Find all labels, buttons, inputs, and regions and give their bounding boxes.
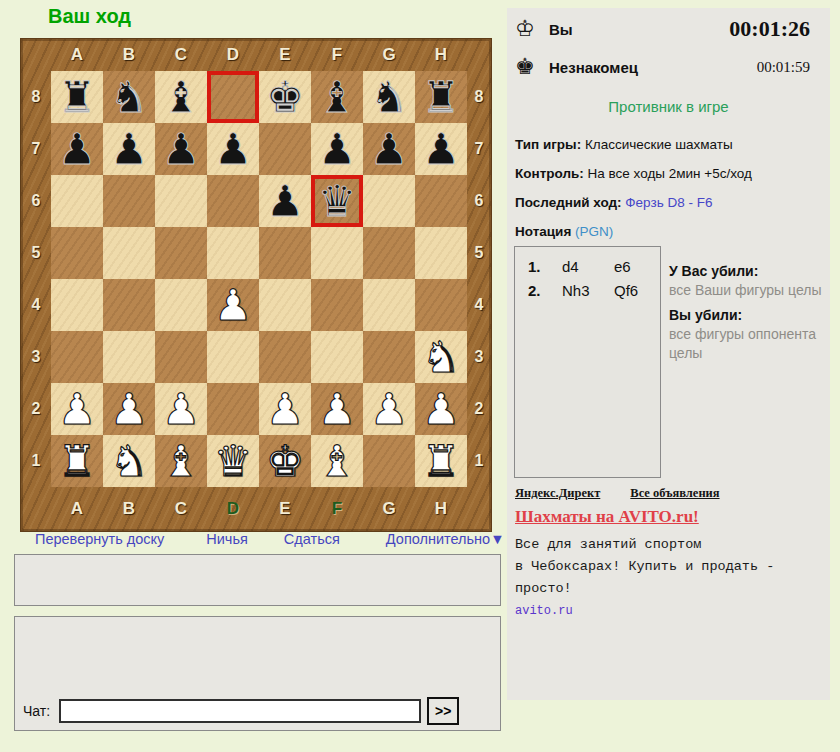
square-d6[interactable] <box>207 175 259 227</box>
square-f3[interactable] <box>311 331 363 383</box>
square-b1[interactable]: ♞ <box>103 435 155 487</box>
file-label-bottom-G: G <box>363 487 415 531</box>
file-label-bottom-F: F <box>311 487 363 531</box>
rank-label-right-3: 3 <box>467 331 491 383</box>
you-lost-label: У Вас убили: <box>669 262 823 281</box>
piece-black-pawn: ♟ <box>422 123 461 175</box>
rank-label-left-3: 3 <box>21 331 51 383</box>
chat-label: Чат: <box>23 703 59 719</box>
yandex-direct-link[interactable]: Яндекс.Директ <box>515 486 600 501</box>
square-c6[interactable] <box>155 175 207 227</box>
chat-send-button[interactable]: >> <box>427 697 459 725</box>
file-label-bottom-D: D <box>207 487 259 531</box>
you-took-text: все фигуры оппонента целы <box>669 325 823 363</box>
square-g8[interactable]: ♞ <box>363 71 415 123</box>
square-a2[interactable]: ♟ <box>51 383 103 435</box>
time-control-label: Контроль: <box>515 166 584 181</box>
square-c1[interactable]: ♝ <box>155 435 207 487</box>
white-king-icon: ♔ <box>515 16 549 42</box>
rank-label-left-7: 7 <box>21 123 51 175</box>
square-h7[interactable]: ♟ <box>415 123 467 175</box>
square-f5[interactable] <box>311 227 363 279</box>
square-h8[interactable]: ♜ <box>415 71 467 123</box>
piece-black-rook: ♜ <box>422 71 461 123</box>
rank-label-left-6: 6 <box>21 175 51 227</box>
last-move-row: Последний ход: Ферзь D8 - F6 <box>515 188 752 217</box>
chevron-down-icon: ▼ <box>490 531 504 547</box>
piece-white-pawn: ♟ <box>318 383 357 435</box>
square-a5[interactable] <box>51 227 103 279</box>
you-lost-text: все Ваши фигуры целы <box>669 281 823 300</box>
time-control-row: Контроль: На все ходы 2мин +5с/ход <box>515 159 752 188</box>
move-row: 2.Nh3Qf6 <box>515 279 660 303</box>
ad-text-line: в Чебоксарах! Купить и продать - <box>515 556 774 578</box>
last-move-value: Ферзь D8 - F6 <box>625 195 712 210</box>
rank-label-right-5: 5 <box>467 227 491 279</box>
all-ads-link[interactable]: Все объявления <box>630 486 719 501</box>
piece-black-pawn: ♟ <box>58 123 97 175</box>
square-f4[interactable] <box>311 279 363 331</box>
more-link-label: Дополнительно <box>386 531 490 547</box>
piece-white-pawn: ♟ <box>58 383 97 435</box>
file-label-top-F: F <box>311 39 363 71</box>
square-e4[interactable] <box>259 279 311 331</box>
player-row-opponent: ♚ Незнакомец 00:01:59 <box>515 54 810 80</box>
square-f6[interactable]: ♛ <box>311 175 363 227</box>
ad-title-link[interactable]: Шахматы на AVITO.ru! <box>515 507 699 527</box>
last-move-label: Последний ход: <box>515 195 622 210</box>
piece-white-pawn: ♟ <box>370 383 409 435</box>
captures-summary: У Вас убили: все Ваши фигуры целы Вы уби… <box>669 256 823 363</box>
move-black: e6 <box>614 255 660 279</box>
piece-white-pawn: ♟ <box>422 383 461 435</box>
square-g1[interactable] <box>363 435 415 487</box>
rank-label-left-1: 1 <box>21 435 51 487</box>
move-number: 1. <box>528 255 562 279</box>
square-b5[interactable] <box>103 227 155 279</box>
board-actions: Перевернуть доскуНичьяСдатьсяДополнитель… <box>20 531 490 547</box>
ad-site-link[interactable]: avito.ru <box>515 604 573 618</box>
piece-white-knight: ♞ <box>110 435 149 487</box>
square-c4[interactable] <box>155 279 207 331</box>
square-h1[interactable]: ♜ <box>415 435 467 487</box>
piece-black-pawn: ♟ <box>110 123 149 175</box>
square-d2[interactable] <box>207 383 259 435</box>
rank-label-right-7: 7 <box>467 123 491 175</box>
square-a6[interactable] <box>51 175 103 227</box>
square-c5[interactable] <box>155 227 207 279</box>
player-name-opponent: Незнакомец <box>549 59 757 76</box>
piece-black-bishop: ♝ <box>162 71 201 123</box>
square-e3[interactable] <box>259 331 311 383</box>
move-number: 2. <box>528 279 562 303</box>
chess-board: AABBCCDDEEFFGGHH8877665544332211♜♞♝♚♝♞♜♟… <box>20 38 492 532</box>
square-a1[interactable]: ♜ <box>51 435 103 487</box>
piece-white-bishop: ♝ <box>318 435 357 487</box>
time-control-value: На все ходы 2мин +5с/ход <box>588 166 752 181</box>
rank-label-left-5: 5 <box>21 227 51 279</box>
piece-white-pawn: ♟ <box>266 383 305 435</box>
file-label-top-A: A <box>51 39 103 71</box>
square-e7[interactable] <box>259 123 311 175</box>
square-c3[interactable] <box>155 331 207 383</box>
square-h5[interactable] <box>415 227 467 279</box>
square-a7[interactable]: ♟ <box>51 123 103 175</box>
move-list: 1.d4e62.Nh3Qf6 <box>514 246 661 478</box>
rank-label-left-8: 8 <box>21 71 51 123</box>
ad-body-text: Все для занятий спортомв Чебоксарах! Куп… <box>515 534 774 600</box>
square-f7[interactable]: ♟ <box>311 123 363 175</box>
notation-label: Нотация <box>515 224 571 239</box>
square-e6[interactable]: ♟ <box>259 175 311 227</box>
square-h2[interactable]: ♟ <box>415 383 467 435</box>
ad-footer-links: Яндекс.Директ Все объявления <box>515 486 720 501</box>
square-b6[interactable] <box>103 175 155 227</box>
piece-black-pawn: ♟ <box>318 123 357 175</box>
file-label-top-D: D <box>207 39 259 71</box>
piece-white-knight: ♞ <box>422 331 461 383</box>
piece-black-pawn: ♟ <box>162 123 201 175</box>
file-label-bottom-C: C <box>155 487 207 531</box>
square-h4[interactable] <box>415 279 467 331</box>
piece-white-rook: ♜ <box>58 435 97 487</box>
square-h3[interactable]: ♞ <box>415 331 467 383</box>
square-c8[interactable]: ♝ <box>155 71 207 123</box>
chat-input-row: Чат: >> <box>23 697 459 725</box>
square-b2[interactable]: ♟ <box>103 383 155 435</box>
square-b8[interactable]: ♞ <box>103 71 155 123</box>
square-g7[interactable]: ♟ <box>363 123 415 175</box>
game-info-panel: ♔ Вы 00:01:26 ♚ Незнакомец 00:01:59 Прот… <box>507 8 830 700</box>
square-g2[interactable]: ♟ <box>363 383 415 435</box>
rank-label-right-6: 6 <box>467 175 491 227</box>
square-a4[interactable] <box>51 279 103 331</box>
piece-black-pawn: ♟ <box>214 123 253 175</box>
more-link[interactable]: Дополнительно▼ <box>386 531 505 547</box>
move-row: 1.d4e6 <box>515 255 660 279</box>
square-b4[interactable] <box>103 279 155 331</box>
piece-white-rook: ♜ <box>422 435 461 487</box>
square-d4[interactable]: ♟ <box>207 279 259 331</box>
move-white: Nh3 <box>562 279 614 303</box>
square-c7[interactable]: ♟ <box>155 123 207 175</box>
square-b3[interactable] <box>103 331 155 383</box>
resign-link[interactable]: Сдаться <box>284 531 340 547</box>
rank-label-right-4: 4 <box>467 279 491 331</box>
square-h6[interactable] <box>415 175 467 227</box>
piece-black-pawn: ♟ <box>266 175 305 227</box>
ad-text-line: просто! <box>515 578 774 600</box>
square-f2[interactable]: ♟ <box>311 383 363 435</box>
piece-white-pawn: ♟ <box>110 383 149 435</box>
file-label-top-C: C <box>155 39 207 71</box>
pgn-link[interactable]: (PGN) <box>575 224 613 239</box>
notification-box <box>14 554 501 606</box>
piece-black-queen: ♛ <box>318 175 357 227</box>
game-type-label: Тип игры: <box>515 137 581 152</box>
notation-row: Нотация (PGN) <box>515 217 752 246</box>
rank-label-left-4: 4 <box>21 279 51 331</box>
square-e8[interactable]: ♚ <box>259 71 311 123</box>
turn-banner: Ваш ход <box>48 5 131 28</box>
you-took-label: Вы убили: <box>669 306 823 325</box>
flip-board-link[interactable]: Перевернуть доску <box>35 531 164 547</box>
square-d3[interactable] <box>207 331 259 383</box>
piece-white-king: ♚ <box>266 435 305 487</box>
game-type-value: Классические шахматы <box>585 137 733 152</box>
square-e1[interactable]: ♚ <box>259 435 311 487</box>
square-d7[interactable]: ♟ <box>207 123 259 175</box>
square-a8[interactable]: ♜ <box>51 71 103 123</box>
square-d5[interactable] <box>207 227 259 279</box>
square-d1[interactable]: ♛ <box>207 435 259 487</box>
ad-text-line: Все для занятий спортом <box>515 534 774 556</box>
square-f1[interactable]: ♝ <box>311 435 363 487</box>
file-label-top-E: E <box>259 39 311 71</box>
piece-black-rook: ♜ <box>58 71 97 123</box>
piece-white-bishop: ♝ <box>162 435 201 487</box>
square-b7[interactable]: ♟ <box>103 123 155 175</box>
rank-label-right-1: 1 <box>467 435 491 487</box>
clock-you: 00:01:26 <box>729 16 810 42</box>
clock-opponent: 00:01:59 <box>757 59 810 76</box>
draw-link[interactable]: Ничья <box>206 531 248 547</box>
chat-input[interactable] <box>59 699 421 723</box>
file-label-bottom-A: A <box>51 487 103 531</box>
square-e2[interactable]: ♟ <box>259 383 311 435</box>
rank-label-right-2: 2 <box>467 383 491 435</box>
square-g6[interactable] <box>363 175 415 227</box>
black-king-icon: ♚ <box>515 54 549 80</box>
rank-label-left-2: 2 <box>21 383 51 435</box>
piece-white-queen: ♛ <box>214 435 253 487</box>
square-e5[interactable] <box>259 227 311 279</box>
file-label-top-H: H <box>415 39 467 71</box>
file-label-bottom-H: H <box>415 487 467 531</box>
move-black: Qf6 <box>614 279 660 303</box>
piece-black-pawn: ♟ <box>370 123 409 175</box>
square-g4[interactable] <box>363 279 415 331</box>
move-white: d4 <box>562 255 614 279</box>
square-a3[interactable] <box>51 331 103 383</box>
square-c2[interactable]: ♟ <box>155 383 207 435</box>
game-type-row: Тип игры: Классические шахматы <box>515 130 752 159</box>
piece-white-pawn: ♟ <box>214 279 253 331</box>
file-label-bottom-E: E <box>259 487 311 531</box>
square-g3[interactable] <box>363 331 415 383</box>
player-row-you: ♔ Вы 00:01:26 <box>515 16 810 42</box>
square-g5[interactable] <box>363 227 415 279</box>
piece-black-knight: ♞ <box>110 71 149 123</box>
piece-black-king: ♚ <box>266 71 305 123</box>
chat-panel: Чат: >> <box>14 616 501 731</box>
square-d8[interactable] <box>207 71 259 123</box>
file-label-top-B: B <box>103 39 155 71</box>
game-settings: Тип игры: Классические шахматы Контроль:… <box>515 130 752 246</box>
file-label-bottom-B: B <box>103 487 155 531</box>
opponent-status: Противник в игре <box>507 98 830 115</box>
player-name-you: Вы <box>549 21 729 38</box>
piece-black-knight: ♞ <box>370 71 409 123</box>
file-label-top-G: G <box>363 39 415 71</box>
piece-black-bishop: ♝ <box>318 71 357 123</box>
rank-label-right-8: 8 <box>467 71 491 123</box>
piece-white-pawn: ♟ <box>162 383 201 435</box>
square-f8[interactable]: ♝ <box>311 71 363 123</box>
